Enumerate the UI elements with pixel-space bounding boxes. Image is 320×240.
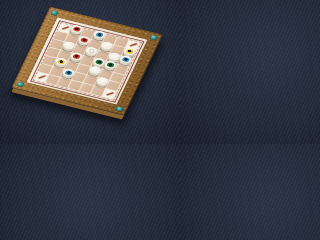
corner-gem-inlay xyxy=(150,35,158,40)
piece-color-insert xyxy=(106,62,114,68)
piece-color-insert xyxy=(95,32,103,38)
piece-color-insert xyxy=(125,48,133,54)
disc-piece-y[interactable] xyxy=(55,57,68,67)
corner-gem-inlay xyxy=(16,82,24,87)
disc-piece-r[interactable] xyxy=(78,35,91,45)
disc-piece-w[interactable] xyxy=(62,41,75,51)
corner-gem-inlay xyxy=(116,106,124,111)
photo-scene xyxy=(0,0,180,144)
disc-piece-w[interactable] xyxy=(100,41,113,51)
piece-color-insert xyxy=(95,59,103,65)
piece-color-insert xyxy=(122,57,130,63)
piece-grey-ring-mark xyxy=(88,49,95,54)
game-board xyxy=(11,7,162,116)
disc-piece-r[interactable] xyxy=(70,52,83,62)
piece-color-insert xyxy=(64,70,72,76)
disc-piece-w[interactable] xyxy=(96,77,109,87)
disc-piece-b[interactable] xyxy=(62,68,75,78)
disc-piece-g[interactable] xyxy=(104,60,117,70)
piece-color-insert xyxy=(72,54,80,60)
piece-color-insert xyxy=(80,37,88,43)
piece-color-insert xyxy=(73,26,81,32)
piece-color-insert xyxy=(57,59,65,65)
corner-gem-inlay xyxy=(51,10,59,15)
disc-piece-n[interactable] xyxy=(85,46,98,56)
disc-piece-w[interactable] xyxy=(89,66,102,76)
